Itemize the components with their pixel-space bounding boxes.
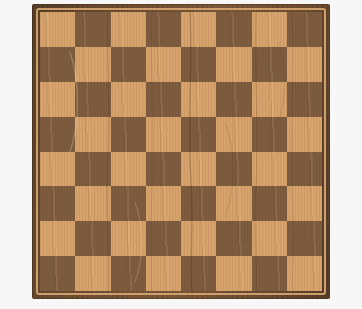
- square-a7[interactable]: [40, 47, 75, 82]
- square-g8[interactable]: [252, 12, 287, 47]
- board-grid: [40, 12, 322, 291]
- square-f6[interactable]: [216, 82, 251, 117]
- square-d3[interactable]: [146, 186, 181, 221]
- square-f7[interactable]: [216, 47, 251, 82]
- square-h5[interactable]: [287, 117, 322, 152]
- square-b8[interactable]: [75, 12, 110, 47]
- square-h8[interactable]: [287, 12, 322, 47]
- square-a5[interactable]: [40, 117, 75, 152]
- square-h6[interactable]: [287, 82, 322, 117]
- square-e8[interactable]: [181, 12, 216, 47]
- square-c6[interactable]: [111, 82, 146, 117]
- square-d2[interactable]: [146, 221, 181, 256]
- square-h3[interactable]: [287, 186, 322, 221]
- chess-board: [32, 4, 330, 299]
- square-e5[interactable]: [181, 117, 216, 152]
- square-g6[interactable]: [252, 82, 287, 117]
- square-c8[interactable]: [111, 12, 146, 47]
- square-d1[interactable]: [146, 256, 181, 291]
- square-a3[interactable]: [40, 186, 75, 221]
- square-a2[interactable]: [40, 221, 75, 256]
- square-h1[interactable]: [287, 256, 322, 291]
- square-b1[interactable]: [75, 256, 110, 291]
- square-d7[interactable]: [146, 47, 181, 82]
- square-b2[interactable]: [75, 221, 110, 256]
- square-b5[interactable]: [75, 117, 110, 152]
- square-a4[interactable]: [40, 152, 75, 187]
- square-g7[interactable]: [252, 47, 287, 82]
- square-g3[interactable]: [252, 186, 287, 221]
- square-g1[interactable]: [252, 256, 287, 291]
- square-a8[interactable]: [40, 12, 75, 47]
- square-e6[interactable]: [181, 82, 216, 117]
- square-e3[interactable]: [181, 186, 216, 221]
- square-f3[interactable]: [216, 186, 251, 221]
- square-e1[interactable]: [181, 256, 216, 291]
- square-d5[interactable]: [146, 117, 181, 152]
- square-f8[interactable]: [216, 12, 251, 47]
- square-h7[interactable]: [287, 47, 322, 82]
- square-b6[interactable]: [75, 82, 110, 117]
- square-c7[interactable]: [111, 47, 146, 82]
- square-c3[interactable]: [111, 186, 146, 221]
- square-c4[interactable]: [111, 152, 146, 187]
- square-b7[interactable]: [75, 47, 110, 82]
- square-f2[interactable]: [216, 221, 251, 256]
- square-g2[interactable]: [252, 221, 287, 256]
- square-e4[interactable]: [181, 152, 216, 187]
- square-a6[interactable]: [40, 82, 75, 117]
- square-d4[interactable]: [146, 152, 181, 187]
- square-a1[interactable]: [40, 256, 75, 291]
- square-f4[interactable]: [216, 152, 251, 187]
- square-f5[interactable]: [216, 117, 251, 152]
- square-e2[interactable]: [181, 221, 216, 256]
- square-h4[interactable]: [287, 152, 322, 187]
- square-e7[interactable]: [181, 47, 216, 82]
- square-d6[interactable]: [146, 82, 181, 117]
- page-background: [0, 0, 362, 309]
- square-c5[interactable]: [111, 117, 146, 152]
- square-d8[interactable]: [146, 12, 181, 47]
- square-c2[interactable]: [111, 221, 146, 256]
- square-b3[interactable]: [75, 186, 110, 221]
- square-g4[interactable]: [252, 152, 287, 187]
- square-f1[interactable]: [216, 256, 251, 291]
- square-h2[interactable]: [287, 221, 322, 256]
- square-g5[interactable]: [252, 117, 287, 152]
- square-b4[interactable]: [75, 152, 110, 187]
- square-c1[interactable]: [111, 256, 146, 291]
